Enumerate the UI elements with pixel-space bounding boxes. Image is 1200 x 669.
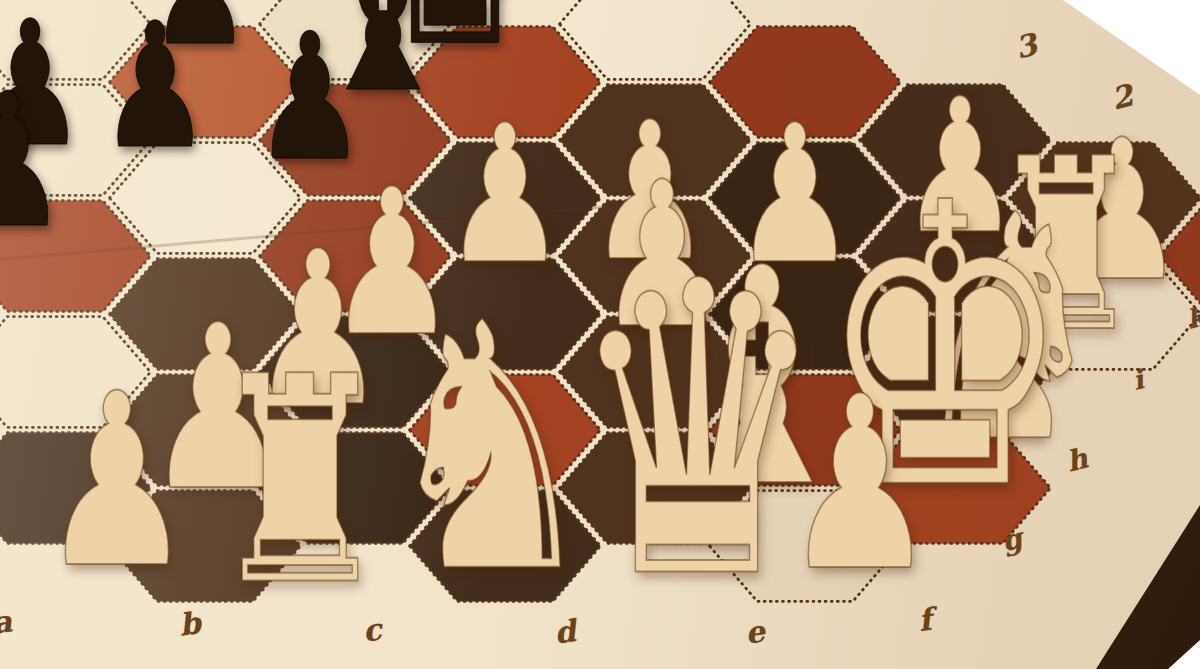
file-label-c: c (361, 611, 384, 648)
file-label-b: b (177, 605, 203, 643)
file-label-h: h (1063, 442, 1091, 479)
rank-label-2: 2 (1108, 77, 1137, 116)
file-label-k: k (1184, 301, 1200, 334)
hex-chess-board-photo: ♟♚♝♟♟♟♟♟♟♟♟♟♟♜♟♟♞♝♟♚♟♟♞♛♜ abcdefghik23 (0, 0, 1200, 669)
file-label-d: d (552, 613, 578, 651)
file-label-e: e (743, 613, 767, 650)
file-label-a: a (0, 603, 14, 640)
coordinate-labels: abcdefghik23 (0, 0, 1200, 669)
file-label-i: i (1130, 364, 1147, 396)
file-label-g: g (999, 522, 1026, 559)
file-label-f: f (916, 602, 934, 638)
rank-label-3: 3 (1012, 26, 1041, 65)
